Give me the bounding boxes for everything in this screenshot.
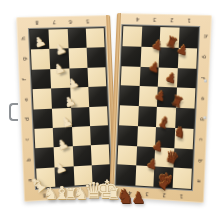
board-square — [86, 48, 105, 68]
file-letter-label: h — [20, 37, 26, 41]
file-letter-label: e — [23, 97, 29, 101]
rank-number-label: 1 — [179, 193, 183, 199]
rank-number-label: 4 — [136, 16, 140, 22]
board-square — [88, 86, 107, 106]
file-letter-label: g — [202, 55, 208, 59]
board-square — [33, 89, 52, 109]
board-square — [121, 66, 140, 86]
file-letter-label: h — [203, 35, 209, 39]
file-letter-label: g — [21, 57, 27, 61]
board-square — [120, 85, 139, 106]
file-letter-label: c — [198, 138, 204, 141]
board-square — [31, 49, 51, 69]
board-square — [86, 28, 105, 48]
board-square — [67, 29, 86, 49]
board-square — [91, 145, 110, 165]
board-square — [122, 46, 141, 66]
product-photo-folding-chess-set: 8765 hgfedcba 8765 ♟♟♟♟♟♟♟♟ 4321 hgfedcb… — [0, 0, 220, 220]
board-square — [117, 145, 136, 166]
board-square — [118, 125, 137, 146]
board-square — [72, 145, 91, 166]
board-square — [34, 128, 53, 149]
board-square — [32, 69, 52, 89]
file-letter-label: d — [23, 118, 29, 122]
board-square — [119, 105, 138, 126]
board-square — [71, 126, 90, 146]
board-square — [122, 26, 141, 46]
rank-number-label: 3 — [145, 191, 149, 197]
file-letter-label: b — [25, 158, 31, 162]
file-letter-label: c — [24, 138, 30, 141]
board-square — [137, 106, 156, 127]
rank-number-label: 2 — [170, 17, 174, 23]
rank-number-label: 8 — [35, 19, 39, 25]
file-letter-label: e — [200, 97, 206, 101]
rank-number-label: 5 — [85, 18, 89, 24]
file-letter-label: a — [196, 179, 202, 183]
dark-pawn-front: ♟ — [132, 191, 145, 206]
board-square — [68, 48, 87, 68]
board-square — [90, 125, 109, 145]
screw-icon — [204, 79, 207, 82]
file-letter-label: f — [22, 78, 28, 80]
board-square — [176, 68, 196, 89]
board-square — [35, 147, 54, 168]
board-square — [89, 106, 108, 126]
rank-number-label: 7 — [52, 19, 56, 25]
rank-number-label: 6 — [69, 19, 73, 25]
rank-number-label: 3 — [153, 17, 157, 23]
board-square — [87, 67, 106, 87]
rank-number-label: 1 — [187, 17, 191, 23]
board-square — [117, 165, 136, 186]
metal-clasp-icon — [9, 103, 18, 121]
file-letter-label: b — [197, 159, 203, 163]
board-square — [34, 108, 53, 129]
